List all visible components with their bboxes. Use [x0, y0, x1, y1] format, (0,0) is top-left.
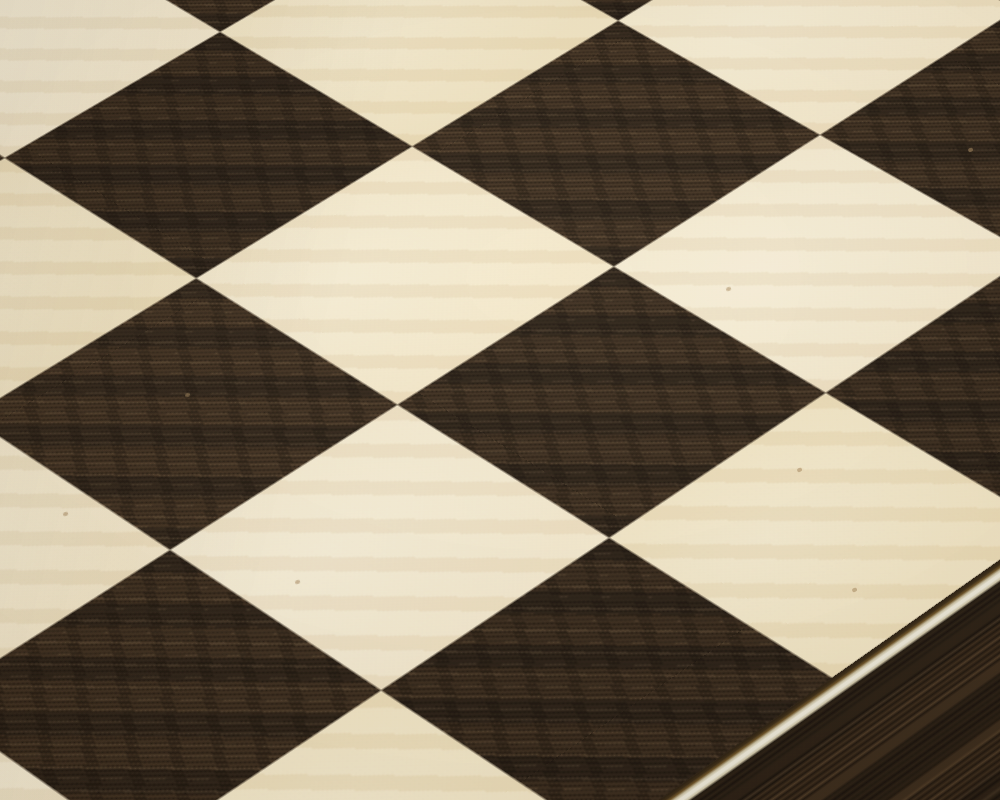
- chessboard-photo: [0, 0, 1000, 800]
- chess-board: [0, 0, 1000, 800]
